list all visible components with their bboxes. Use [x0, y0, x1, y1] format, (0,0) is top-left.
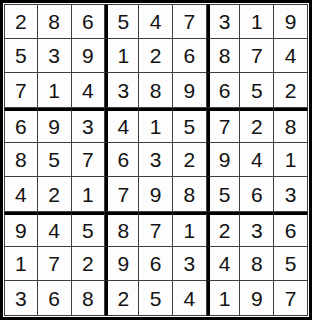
sudoku-cell-r9c9[interactable]: 7 — [274, 281, 308, 316]
sudoku-cell-r1c7[interactable]: 3 — [207, 4, 241, 39]
sudoku-cell-r9c4[interactable]: 2 — [105, 281, 139, 316]
sudoku-cell-r8c7[interactable]: 4 — [207, 247, 241, 282]
sudoku-cell-r5c6[interactable]: 2 — [173, 143, 207, 178]
sudoku-cell-r2c9[interactable]: 4 — [274, 39, 308, 74]
sudoku-cell-r2c1[interactable]: 5 — [4, 39, 38, 74]
sudoku-cell-r1c5[interactable]: 4 — [139, 4, 173, 39]
sudoku-cell-r6c3[interactable]: 1 — [72, 177, 106, 212]
sudoku-cell-r3c6[interactable]: 9 — [173, 73, 207, 108]
sudoku-cell-r9c3[interactable]: 8 — [72, 281, 106, 316]
sudoku-cell-r6c5[interactable]: 9 — [139, 177, 173, 212]
sudoku-cell-r1c4[interactable]: 5 — [105, 4, 139, 39]
sudoku-cell-r3c4[interactable]: 3 — [105, 73, 139, 108]
sudoku-cell-r5c2[interactable]: 5 — [38, 143, 72, 178]
sudoku-cell-r4c4[interactable]: 4 — [105, 108, 139, 143]
sudoku-board: 2865473195391268747143896526934157288576… — [0, 0, 312, 320]
sudoku-cell-r1c6[interactable]: 7 — [173, 4, 207, 39]
sudoku-cell-r4c6[interactable]: 5 — [173, 108, 207, 143]
sudoku-cell-r4c3[interactable]: 3 — [72, 108, 106, 143]
sudoku-cell-r5c3[interactable]: 7 — [72, 143, 106, 178]
sudoku-cell-r5c8[interactable]: 4 — [240, 143, 274, 178]
sudoku-cell-r7c6[interactable]: 1 — [173, 212, 207, 247]
sudoku-cell-r7c1[interactable]: 9 — [4, 212, 38, 247]
sudoku-cell-r6c8[interactable]: 6 — [240, 177, 274, 212]
sudoku-cell-r8c6[interactable]: 3 — [173, 247, 207, 282]
sudoku-cell-r3c8[interactable]: 5 — [240, 73, 274, 108]
sudoku-cell-r1c9[interactable]: 9 — [274, 4, 308, 39]
sudoku-cell-r5c4[interactable]: 6 — [105, 143, 139, 178]
sudoku-cell-r8c5[interactable]: 6 — [139, 247, 173, 282]
sudoku-cell-r3c2[interactable]: 1 — [38, 73, 72, 108]
sudoku-cell-r9c8[interactable]: 9 — [240, 281, 274, 316]
sudoku-cell-r6c7[interactable]: 5 — [207, 177, 241, 212]
sudoku-cell-r6c2[interactable]: 2 — [38, 177, 72, 212]
sudoku-cell-r5c5[interactable]: 3 — [139, 143, 173, 178]
sudoku-cell-r2c4[interactable]: 1 — [105, 39, 139, 74]
sudoku-cell-r2c8[interactable]: 7 — [240, 39, 274, 74]
sudoku-cell-r4c5[interactable]: 1 — [139, 108, 173, 143]
sudoku-cell-r8c1[interactable]: 1 — [4, 247, 38, 282]
sudoku-cell-r7c8[interactable]: 3 — [240, 212, 274, 247]
sudoku-cell-r1c8[interactable]: 1 — [240, 4, 274, 39]
sudoku-cell-r7c5[interactable]: 7 — [139, 212, 173, 247]
sudoku-cell-r4c8[interactable]: 2 — [240, 108, 274, 143]
sudoku-cell-r3c7[interactable]: 6 — [207, 73, 241, 108]
sudoku-cell-r1c1[interactable]: 2 — [4, 4, 38, 39]
sudoku-cell-r9c5[interactable]: 5 — [139, 281, 173, 316]
sudoku-cell-r6c9[interactable]: 3 — [274, 177, 308, 212]
sudoku-cell-r8c4[interactable]: 9 — [105, 247, 139, 282]
sudoku-cell-r8c8[interactable]: 8 — [240, 247, 274, 282]
sudoku-cell-r8c2[interactable]: 7 — [38, 247, 72, 282]
sudoku-cell-r7c2[interactable]: 4 — [38, 212, 72, 247]
sudoku-cell-r3c9[interactable]: 2 — [274, 73, 308, 108]
sudoku-cell-r2c7[interactable]: 8 — [207, 39, 241, 74]
sudoku-cell-r2c3[interactable]: 9 — [72, 39, 106, 74]
sudoku-cell-r9c1[interactable]: 3 — [4, 281, 38, 316]
sudoku-cell-r4c9[interactable]: 8 — [274, 108, 308, 143]
sudoku-cell-r8c9[interactable]: 5 — [274, 247, 308, 282]
sudoku-cell-r6c4[interactable]: 7 — [105, 177, 139, 212]
sudoku-cell-r2c2[interactable]: 3 — [38, 39, 72, 74]
sudoku-cell-r6c1[interactable]: 4 — [4, 177, 38, 212]
sudoku-cell-r6c6[interactable]: 8 — [173, 177, 207, 212]
sudoku-cell-r1c2[interactable]: 8 — [38, 4, 72, 39]
sudoku-cell-r8c3[interactable]: 2 — [72, 247, 106, 282]
sudoku-cell-r9c6[interactable]: 4 — [173, 281, 207, 316]
sudoku-cell-r3c5[interactable]: 8 — [139, 73, 173, 108]
sudoku-cell-r4c7[interactable]: 7 — [207, 108, 241, 143]
sudoku-cell-r5c7[interactable]: 9 — [207, 143, 241, 178]
sudoku-cell-r2c5[interactable]: 2 — [139, 39, 173, 74]
sudoku-cell-r5c1[interactable]: 8 — [4, 143, 38, 178]
sudoku-cell-r7c3[interactable]: 5 — [72, 212, 106, 247]
sudoku-cell-r7c4[interactable]: 8 — [105, 212, 139, 247]
sudoku-cell-r2c6[interactable]: 6 — [173, 39, 207, 74]
sudoku-cell-r9c2[interactable]: 6 — [38, 281, 72, 316]
sudoku-cell-r1c3[interactable]: 6 — [72, 4, 106, 39]
sudoku-cell-r4c2[interactable]: 9 — [38, 108, 72, 143]
sudoku-cell-r9c7[interactable]: 1 — [207, 281, 241, 316]
sudoku-cell-r3c3[interactable]: 4 — [72, 73, 106, 108]
sudoku-cell-r7c9[interactable]: 6 — [274, 212, 308, 247]
sudoku-cell-r5c9[interactable]: 1 — [274, 143, 308, 178]
sudoku-cell-r7c7[interactable]: 2 — [207, 212, 241, 247]
sudoku-cell-r4c1[interactable]: 6 — [4, 108, 38, 143]
sudoku-cell-r3c1[interactable]: 7 — [4, 73, 38, 108]
